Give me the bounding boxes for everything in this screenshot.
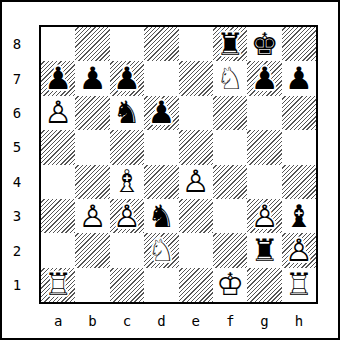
square-g5[interactable]	[247, 130, 281, 164]
piece-white-knight: ♞♘	[213, 61, 247, 95]
piece-white-pawn: ♟♙	[110, 199, 144, 233]
piece-black-knight: ♞♞	[144, 199, 178, 233]
square-a1[interactable]: ♜♖	[41, 268, 75, 302]
square-d8[interactable]	[144, 27, 178, 61]
square-c2[interactable]	[110, 233, 144, 267]
square-d4[interactable]	[144, 165, 178, 199]
file-label-h: h	[282, 308, 316, 334]
piece-white-rook: ♜♖	[41, 268, 75, 302]
square-c3[interactable]: ♟♙	[110, 199, 144, 233]
square-e6[interactable]	[179, 96, 213, 130]
square-b3[interactable]: ♟♙	[75, 199, 109, 233]
square-b5[interactable]	[75, 130, 109, 164]
piece-white-king: ♚♔	[213, 268, 247, 302]
piece-white-pawn: ♟♙	[247, 199, 281, 233]
square-c7[interactable]: ♟♟	[110, 61, 144, 95]
rank-label-7: 7	[4, 61, 30, 95]
piece-white-pawn: ♟♙	[41, 96, 75, 130]
square-d5[interactable]	[144, 130, 178, 164]
rank-label-5: 5	[4, 130, 30, 164]
piece-white-pawn: ♟♙	[282, 233, 316, 267]
square-a7[interactable]: ♟♟	[41, 61, 75, 95]
square-b1[interactable]	[75, 268, 109, 302]
square-a2[interactable]	[41, 233, 75, 267]
square-d1[interactable]	[144, 268, 178, 302]
square-f2[interactable]	[213, 233, 247, 267]
square-f5[interactable]	[213, 130, 247, 164]
square-a4[interactable]	[41, 165, 75, 199]
square-e4[interactable]: ♟♙	[179, 165, 213, 199]
square-g7[interactable]: ♟♟	[247, 61, 281, 95]
rank-labels: 87654321	[4, 27, 30, 302]
square-f4[interactable]	[213, 165, 247, 199]
square-b7[interactable]: ♟♟	[75, 61, 109, 95]
square-h5[interactable]	[282, 130, 316, 164]
square-d7[interactable]	[144, 61, 178, 95]
rank-label-8: 8	[4, 27, 30, 61]
square-h6[interactable]	[282, 96, 316, 130]
square-f3[interactable]	[213, 199, 247, 233]
board: ♜♜♚♚♟♟♟♟♟♟♞♘♟♟♟♟♟♙♞♞♟♟♝♗♟♙♟♙♟♙♞♞♟♙♝♝♞♘♜♜…	[39, 25, 318, 304]
piece-white-rook: ♜♖	[282, 268, 316, 302]
square-h4[interactable]	[282, 165, 316, 199]
file-label-d: d	[144, 308, 178, 334]
file-label-e: e	[179, 308, 213, 334]
square-a5[interactable]	[41, 130, 75, 164]
square-a6[interactable]: ♟♙	[41, 96, 75, 130]
piece-white-knight: ♞♘	[144, 233, 178, 267]
square-e7[interactable]	[179, 61, 213, 95]
square-g6[interactable]	[247, 96, 281, 130]
square-c4[interactable]: ♝♗	[110, 165, 144, 199]
file-label-a: a	[41, 308, 75, 334]
piece-black-pawn: ♟♟	[282, 61, 316, 95]
diagram-frame: 87654321 ♜♜♚♚♟♟♟♟♟♟♞♘♟♟♟♟♟♙♞♞♟♟♝♗♟♙♟♙♟♙♞…	[0, 0, 340, 340]
piece-black-pawn: ♟♟	[110, 61, 144, 95]
piece-black-pawn: ♟♟	[144, 96, 178, 130]
file-label-g: g	[247, 308, 281, 334]
piece-black-pawn: ♟♟	[247, 61, 281, 95]
square-h8[interactable]	[282, 27, 316, 61]
square-h2[interactable]: ♟♙	[282, 233, 316, 267]
piece-white-pawn: ♟♙	[179, 165, 213, 199]
square-e5[interactable]	[179, 130, 213, 164]
square-e3[interactable]	[179, 199, 213, 233]
square-e2[interactable]	[179, 233, 213, 267]
square-b6[interactable]	[75, 96, 109, 130]
rank-label-3: 3	[4, 199, 30, 233]
square-g4[interactable]	[247, 165, 281, 199]
piece-white-pawn: ♟♙	[75, 199, 109, 233]
file-label-c: c	[110, 308, 144, 334]
square-g1[interactable]	[247, 268, 281, 302]
square-b2[interactable]	[75, 233, 109, 267]
square-h1[interactable]: ♜♖	[282, 268, 316, 302]
piece-black-rook: ♜♜	[247, 233, 281, 267]
square-c5[interactable]	[110, 130, 144, 164]
square-g8[interactable]: ♚♚	[247, 27, 281, 61]
piece-black-rook: ♜♜	[213, 27, 247, 61]
piece-white-bishop: ♝♗	[110, 165, 144, 199]
rank-label-2: 2	[4, 233, 30, 267]
piece-black-pawn: ♟♟	[41, 61, 75, 95]
square-b4[interactable]	[75, 165, 109, 199]
file-labels: abcdefgh	[41, 308, 316, 334]
piece-black-pawn: ♟♟	[75, 61, 109, 95]
rank-label-1: 1	[4, 268, 30, 302]
square-c8[interactable]	[110, 27, 144, 61]
square-f7[interactable]: ♞♘	[213, 61, 247, 95]
square-f1[interactable]: ♚♔	[213, 268, 247, 302]
square-c6[interactable]: ♞♞	[110, 96, 144, 130]
piece-black-king: ♚♚	[247, 27, 281, 61]
square-f8[interactable]: ♜♜	[213, 27, 247, 61]
square-d3[interactable]: ♞♞	[144, 199, 178, 233]
rank-label-6: 6	[4, 96, 30, 130]
rank-label-4: 4	[4, 165, 30, 199]
square-h7[interactable]: ♟♟	[282, 61, 316, 95]
square-b8[interactable]	[75, 27, 109, 61]
square-e1[interactable]	[179, 268, 213, 302]
square-a3[interactable]	[41, 199, 75, 233]
square-f6[interactable]	[213, 96, 247, 130]
file-label-f: f	[213, 308, 247, 334]
square-c1[interactable]	[110, 268, 144, 302]
square-a8[interactable]	[41, 27, 75, 61]
square-g3[interactable]: ♟♙	[247, 199, 281, 233]
piece-black-knight: ♞♞	[110, 96, 144, 130]
square-g2[interactable]: ♜♜	[247, 233, 281, 267]
square-d6[interactable]: ♟♟	[144, 96, 178, 130]
file-label-b: b	[75, 308, 109, 334]
square-e8[interactable]	[179, 27, 213, 61]
piece-black-bishop: ♝♝	[282, 199, 316, 233]
square-d2[interactable]: ♞♘	[144, 233, 178, 267]
square-h3[interactable]: ♝♝	[282, 199, 316, 233]
